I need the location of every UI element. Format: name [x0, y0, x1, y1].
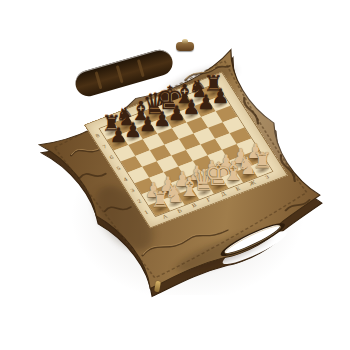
board-plane: ♜♞♝♛♚♝♞♜♟♟♟♟♟♟♟♟♟♟♟♟♟♟♟♟♜♞♝♛♚♝♞♜ 8765432…: [20, 26, 350, 304]
rook-glyph: ♜: [252, 150, 272, 172]
chess-set-photo: ♜♞♝♛♚♝♞♜♟♟♟♟♟♟♟♟♟♟♟♟♟♟♟♟♜♞♝♛♚♝♞♜ 8765432…: [0, 0, 350, 350]
file-label-В: В: [189, 202, 199, 209]
file-label-Е: Е: [233, 186, 243, 193]
rank-label-7: 7: [100, 144, 110, 151]
pawn-glyph: ♟: [211, 86, 229, 106]
rank-label-6: 6: [107, 155, 117, 162]
rank-label-5: 5: [114, 166, 124, 173]
file-label-Ж: Ж: [248, 180, 258, 187]
rank-label-2: 2: [135, 198, 145, 205]
file-label-Г: Г: [204, 197, 214, 204]
rank-label-3: 3: [128, 187, 138, 194]
file-label-А: А: [160, 214, 170, 221]
file-label-Б: Б: [175, 208, 185, 215]
back-hinge-knob[interactable]: [176, 42, 194, 51]
rank-label-4: 4: [121, 176, 131, 183]
file-label-З: З: [262, 174, 272, 181]
